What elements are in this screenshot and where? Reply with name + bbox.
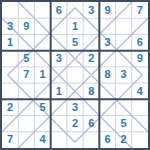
cell-r5c5[interactable] [67, 67, 83, 83]
cell-r9c2[interactable] [18, 132, 34, 148]
cell-r9c6[interactable] [83, 132, 99, 148]
cell-r3c5[interactable]: 5 [67, 34, 83, 50]
cell-r6c8[interactable] [116, 83, 132, 99]
given-digit: 2 [7, 102, 13, 113]
given-digit: 1 [39, 69, 45, 80]
sudoku-cells: 63973911536532971831842532657462 [2, 2, 148, 148]
cell-r3c9[interactable]: 6 [132, 34, 148, 50]
given-digit: 6 [88, 118, 94, 129]
cell-r2c4[interactable] [51, 18, 67, 34]
cell-r3c6[interactable] [83, 34, 99, 50]
cell-r4c2[interactable]: 5 [18, 51, 34, 67]
given-digit: 4 [39, 134, 45, 145]
cell-r8c9[interactable] [132, 116, 148, 132]
given-digit: 5 [121, 118, 127, 129]
cell-r6c2[interactable] [18, 83, 34, 99]
cell-r7c2[interactable] [18, 99, 34, 115]
cell-r2c8[interactable] [116, 18, 132, 34]
cell-r9c4[interactable] [51, 132, 67, 148]
given-digit: 3 [72, 102, 78, 113]
cell-r9c8[interactable]: 2 [116, 132, 132, 148]
given-digit: 3 [56, 53, 62, 64]
cell-r5c6[interactable] [83, 67, 99, 83]
cell-r8c5[interactable]: 2 [67, 116, 83, 132]
cell-r4c7[interactable] [99, 51, 115, 67]
cell-r6c3[interactable] [34, 83, 50, 99]
cell-r2c6[interactable] [83, 18, 99, 34]
cell-r3c7[interactable]: 3 [99, 34, 115, 50]
given-digit: 3 [7, 21, 13, 32]
cell-r8c1[interactable] [2, 116, 18, 132]
cell-r7c3[interactable]: 5 [34, 99, 50, 115]
cell-r3c3[interactable] [34, 34, 50, 50]
cell-r5c9[interactable] [132, 67, 148, 83]
cell-r3c2[interactable] [18, 34, 34, 50]
given-digit: 6 [56, 5, 62, 16]
cell-r2c9[interactable] [132, 18, 148, 34]
given-digit: 9 [23, 21, 29, 32]
cell-r7c1[interactable]: 2 [2, 99, 18, 115]
cell-r8c2[interactable] [18, 116, 34, 132]
given-digit: 4 [137, 86, 143, 97]
cell-r4c4[interactable]: 3 [51, 51, 67, 67]
cell-r7c4[interactable] [51, 99, 67, 115]
given-digit: 5 [23, 53, 29, 64]
given-digit: 2 [88, 53, 94, 64]
cell-r1c7[interactable]: 9 [99, 2, 115, 18]
cell-r7c6[interactable] [83, 99, 99, 115]
cell-r4c3[interactable] [34, 51, 50, 67]
cell-r8c7[interactable] [99, 116, 115, 132]
cell-r6c5[interactable] [67, 83, 83, 99]
cell-r4c8[interactable] [116, 51, 132, 67]
cell-r7c9[interactable] [132, 99, 148, 115]
given-digit: 2 [121, 134, 127, 145]
given-digit: 7 [23, 69, 29, 80]
given-digit: 9 [104, 5, 110, 16]
cell-r5c8[interactable]: 3 [116, 67, 132, 83]
cell-r4c1[interactable] [2, 51, 18, 67]
given-digit: 1 [72, 21, 78, 32]
cell-r2c5[interactable]: 1 [67, 18, 83, 34]
given-digit: 5 [72, 37, 78, 48]
cell-r6c4[interactable]: 1 [51, 83, 67, 99]
cell-r1c1[interactable] [2, 2, 18, 18]
cell-r5c3[interactable]: 1 [34, 67, 50, 83]
cell-r5c2[interactable]: 7 [18, 67, 34, 83]
cell-r5c1[interactable] [2, 67, 18, 83]
given-digit: 8 [104, 69, 110, 80]
cell-r7c5[interactable]: 3 [67, 99, 83, 115]
given-digit: 7 [7, 134, 13, 145]
cell-r9c9[interactable] [132, 132, 148, 148]
cell-r4c5[interactable] [67, 51, 83, 67]
cell-r1c3[interactable] [34, 2, 50, 18]
cell-r8c8[interactable]: 5 [116, 116, 132, 132]
cell-r1c2[interactable] [18, 2, 34, 18]
given-digit: 3 [104, 37, 110, 48]
cell-r8c4[interactable] [51, 116, 67, 132]
cell-r6c6[interactable]: 8 [83, 83, 99, 99]
cell-r7c8[interactable] [116, 99, 132, 115]
cell-r4c6[interactable]: 2 [83, 51, 99, 67]
given-digit: 1 [7, 37, 13, 48]
given-digit: 2 [72, 118, 78, 129]
cell-r5c4[interactable] [51, 67, 67, 83]
cell-r6c1[interactable] [2, 83, 18, 99]
cell-r1c9[interactable]: 7 [132, 2, 148, 18]
cell-r9c1[interactable]: 7 [2, 132, 18, 148]
given-digit: 8 [88, 86, 94, 97]
given-digit: 7 [137, 5, 143, 16]
cell-r9c7[interactable]: 6 [99, 132, 115, 148]
cell-r6c7[interactable] [99, 83, 115, 99]
cell-r9c5[interactable] [67, 132, 83, 148]
given-digit: 1 [56, 86, 62, 97]
cell-r2c1[interactable]: 3 [2, 18, 18, 34]
given-digit: 6 [104, 134, 110, 145]
cell-r2c7[interactable] [99, 18, 115, 34]
cell-r5c7[interactable]: 8 [99, 67, 115, 83]
cell-r3c1[interactable]: 1 [2, 34, 18, 50]
cell-r1c5[interactable] [67, 2, 83, 18]
given-digit: 6 [137, 37, 143, 48]
given-digit: 5 [39, 102, 45, 113]
given-digit: 9 [137, 53, 143, 64]
cell-r1c4[interactable]: 6 [51, 2, 67, 18]
cell-r1c8[interactable] [116, 2, 132, 18]
cell-r2c2[interactable]: 9 [18, 18, 34, 34]
cell-r9c3[interactable]: 4 [34, 132, 50, 148]
cell-r8c6[interactable]: 6 [83, 116, 99, 132]
cell-r2c3[interactable] [34, 18, 50, 34]
sudoku-board: 63973911536532971831842532657462 [0, 0, 150, 150]
cell-r6c9[interactable]: 4 [132, 83, 148, 99]
cell-r3c4[interactable] [51, 34, 67, 50]
cell-r1c6[interactable]: 3 [83, 2, 99, 18]
cell-r3c8[interactable] [116, 34, 132, 50]
cell-r7c7[interactable] [99, 99, 115, 115]
cell-r4c9[interactable]: 9 [132, 51, 148, 67]
cell-r8c3[interactable] [34, 116, 50, 132]
given-digit: 3 [121, 69, 127, 80]
given-digit: 3 [88, 5, 94, 16]
